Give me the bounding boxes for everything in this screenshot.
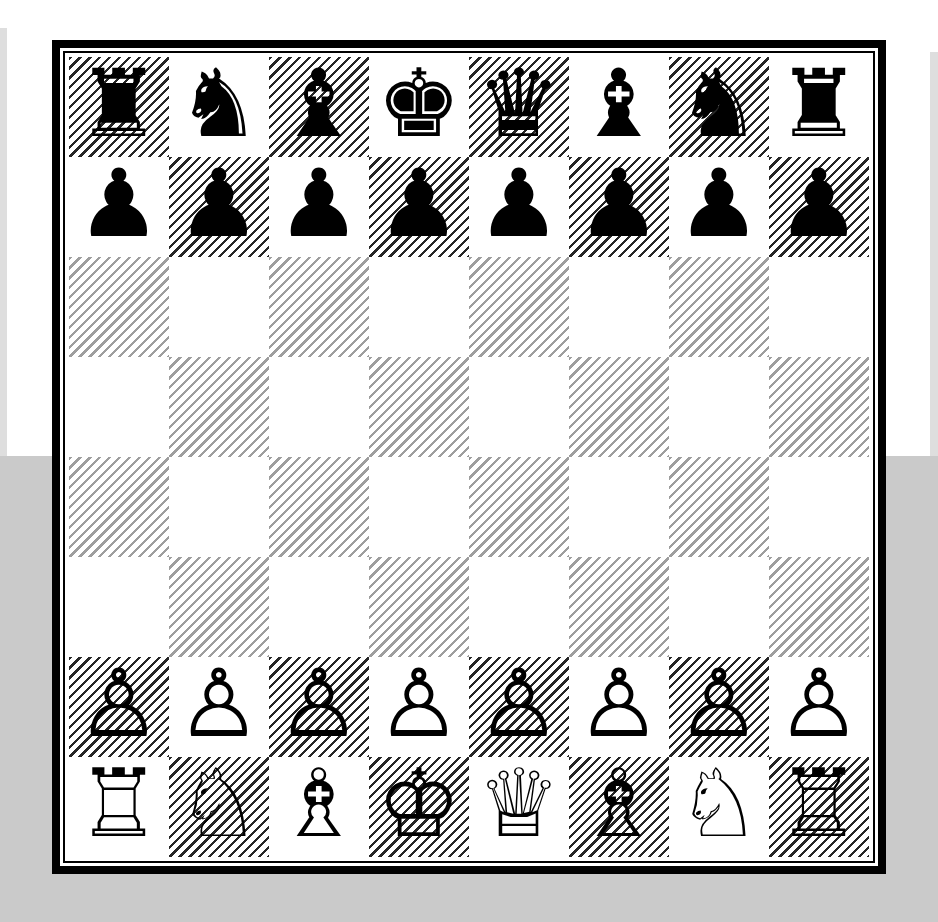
piece-wB: ♗	[577, 757, 661, 851]
piece-bR: ♜	[77, 57, 161, 151]
piece-bP: ♟	[477, 157, 561, 251]
square-a7[interactable]: ♟	[69, 157, 169, 257]
square-d1[interactable]: ♔	[369, 757, 469, 857]
square-b7[interactable]: ♟	[169, 157, 269, 257]
square-b8[interactable]: ♞	[169, 57, 269, 157]
square-d2[interactable]: ♙	[369, 657, 469, 757]
piece-bP: ♟	[177, 157, 261, 251]
piece-wP: ♙	[77, 657, 161, 751]
square-h1[interactable]: ♖	[769, 757, 869, 857]
square-a8[interactable]: ♜	[69, 57, 169, 157]
square-h7[interactable]: ♟	[769, 157, 869, 257]
square-d8[interactable]: ♚	[369, 57, 469, 157]
square-g7[interactable]: ♟	[669, 157, 769, 257]
page-background: ♜♞♝♚♛♝♞♜♟♟♟♟♟♟♟♟♙♙♙♙♙♙♙♙♖♘♗♔♕♗♘♖	[0, 0, 938, 922]
piece-wB: ♗	[277, 757, 361, 851]
piece-wP: ♙	[177, 657, 261, 751]
square-f8[interactable]: ♝	[569, 57, 669, 157]
piece-wN: ♘	[177, 757, 261, 851]
square-a5[interactable]	[69, 357, 169, 457]
square-a2[interactable]: ♙	[69, 657, 169, 757]
square-c2[interactable]: ♙	[269, 657, 369, 757]
piece-bP: ♟	[377, 157, 461, 251]
square-e8[interactable]: ♛	[469, 57, 569, 157]
square-d7[interactable]: ♟	[369, 157, 469, 257]
square-c5[interactable]	[269, 357, 369, 457]
piece-wR: ♖	[777, 757, 861, 851]
chess-board-grid: ♜♞♝♚♛♝♞♜♟♟♟♟♟♟♟♟♙♙♙♙♙♙♙♙♖♘♗♔♕♗♘♖	[69, 57, 869, 857]
piece-wN: ♘	[677, 757, 761, 851]
square-e1[interactable]: ♕	[469, 757, 569, 857]
piece-wK: ♔	[377, 757, 461, 851]
square-h5[interactable]	[769, 357, 869, 457]
square-b2[interactable]: ♙	[169, 657, 269, 757]
piece-bP: ♟	[77, 157, 161, 251]
piece-bP: ♟	[677, 157, 761, 251]
square-a6[interactable]	[69, 257, 169, 357]
piece-bP: ♟	[277, 157, 361, 251]
square-f7[interactable]: ♟	[569, 157, 669, 257]
piece-wP: ♙	[777, 657, 861, 751]
square-h3[interactable]	[769, 557, 869, 657]
square-g3[interactable]	[669, 557, 769, 657]
piece-bP: ♟	[577, 157, 661, 251]
square-f5[interactable]	[569, 357, 669, 457]
piece-wP: ♙	[377, 657, 461, 751]
square-b6[interactable]	[169, 257, 269, 357]
square-c3[interactable]	[269, 557, 369, 657]
square-g1[interactable]: ♘	[669, 757, 769, 857]
square-c6[interactable]	[269, 257, 369, 357]
square-e4[interactable]	[469, 457, 569, 557]
square-e2[interactable]: ♙	[469, 657, 569, 757]
scan-edge-left	[0, 28, 7, 456]
square-h6[interactable]	[769, 257, 869, 357]
square-e5[interactable]	[469, 357, 569, 457]
piece-bP: ♟	[777, 157, 861, 251]
piece-bK: ♚	[377, 57, 461, 151]
square-f6[interactable]	[569, 257, 669, 357]
square-b3[interactable]	[169, 557, 269, 657]
piece-bN: ♞	[677, 57, 761, 151]
square-b4[interactable]	[169, 457, 269, 557]
square-g8[interactable]: ♞	[669, 57, 769, 157]
square-g5[interactable]	[669, 357, 769, 457]
piece-wR: ♖	[77, 757, 161, 851]
piece-bB: ♝	[577, 57, 661, 151]
square-c4[interactable]	[269, 457, 369, 557]
square-g2[interactable]: ♙	[669, 657, 769, 757]
square-f3[interactable]	[569, 557, 669, 657]
square-d3[interactable]	[369, 557, 469, 657]
scan-edge-right	[930, 52, 938, 456]
square-c7[interactable]: ♟	[269, 157, 369, 257]
square-e7[interactable]: ♟	[469, 157, 569, 257]
chess-board-frame: ♜♞♝♚♛♝♞♜♟♟♟♟♟♟♟♟♙♙♙♙♙♙♙♙♖♘♗♔♕♗♘♖	[52, 40, 886, 874]
square-h4[interactable]	[769, 457, 869, 557]
square-h2[interactable]: ♙	[769, 657, 869, 757]
piece-bN: ♞	[177, 57, 261, 151]
square-c8[interactable]: ♝	[269, 57, 369, 157]
square-f1[interactable]: ♗	[569, 757, 669, 857]
piece-bR: ♜	[777, 57, 861, 151]
square-d6[interactable]	[369, 257, 469, 357]
square-d5[interactable]	[369, 357, 469, 457]
square-f2[interactable]: ♙	[569, 657, 669, 757]
chess-board-inner-border: ♜♞♝♚♛♝♞♜♟♟♟♟♟♟♟♟♙♙♙♙♙♙♙♙♖♘♗♔♕♗♘♖	[63, 51, 875, 863]
piece-wP: ♙	[577, 657, 661, 751]
square-f4[interactable]	[569, 457, 669, 557]
square-b1[interactable]: ♘	[169, 757, 269, 857]
piece-bQ: ♛	[477, 57, 561, 151]
piece-wP: ♙	[277, 657, 361, 751]
square-a1[interactable]: ♖	[69, 757, 169, 857]
square-b5[interactable]	[169, 357, 269, 457]
piece-wP: ♙	[477, 657, 561, 751]
square-e3[interactable]	[469, 557, 569, 657]
piece-bB: ♝	[277, 57, 361, 151]
square-g4[interactable]	[669, 457, 769, 557]
square-a4[interactable]	[69, 457, 169, 557]
square-h8[interactable]: ♜	[769, 57, 869, 157]
square-a3[interactable]	[69, 557, 169, 657]
square-e6[interactable]	[469, 257, 569, 357]
piece-wQ: ♕	[477, 757, 561, 851]
square-c1[interactable]: ♗	[269, 757, 369, 857]
square-d4[interactable]	[369, 457, 469, 557]
piece-wP: ♙	[677, 657, 761, 751]
square-g6[interactable]	[669, 257, 769, 357]
